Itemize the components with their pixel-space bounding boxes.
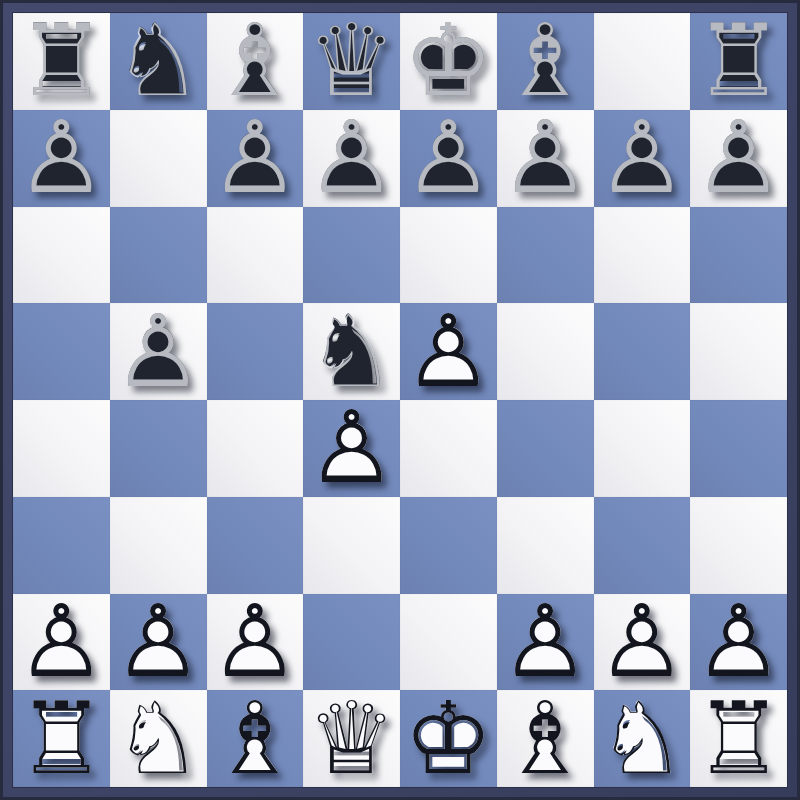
square-g8[interactable] [594, 13, 691, 110]
white-pawn-e5[interactable]: ♟♙ [400, 303, 497, 400]
black-pawn-f7[interactable]: ♟♙ [497, 110, 594, 207]
square-b3[interactable] [110, 497, 207, 594]
square-f2[interactable]: ♟♙ [497, 594, 594, 691]
white-bishop-outline-icon: ♗ [207, 690, 304, 787]
white-pawn-outline-icon: ♙ [690, 594, 787, 691]
black-king-e8[interactable]: ♚♔ [400, 13, 497, 110]
square-d6[interactable] [303, 207, 400, 304]
square-d3[interactable] [303, 497, 400, 594]
white-knight-outline-icon: ♘ [594, 690, 691, 787]
black-bishop-outline-icon: ♗ [207, 13, 304, 110]
white-rook-h1[interactable]: ♜♖ [690, 690, 787, 787]
square-h1[interactable]: ♜♖ [690, 690, 787, 787]
square-e6[interactable] [400, 207, 497, 304]
white-knight-g1[interactable]: ♞♘ [594, 690, 691, 787]
square-d1[interactable]: ♛♕ [303, 690, 400, 787]
black-pawn-a7[interactable]: ♟♙ [13, 110, 110, 207]
square-c6[interactable] [207, 207, 304, 304]
square-d8[interactable]: ♛♕ [303, 13, 400, 110]
black-pawn-outline-icon: ♙ [497, 110, 594, 207]
black-pawn-c7[interactable]: ♟♙ [207, 110, 304, 207]
black-pawn-e7[interactable]: ♟♙ [400, 110, 497, 207]
square-a1[interactable]: ♜♖ [13, 690, 110, 787]
white-rook-outline-icon: ♖ [13, 690, 110, 787]
square-e4[interactable] [400, 400, 497, 497]
white-king-outline-icon: ♔ [400, 690, 497, 787]
black-rook-outline-icon: ♖ [13, 13, 110, 110]
white-rook-a1[interactable]: ♜♖ [13, 690, 110, 787]
black-knight-outline-icon: ♘ [110, 13, 207, 110]
square-c1[interactable]: ♝♗ [207, 690, 304, 787]
white-pawn-outline-icon: ♙ [110, 594, 207, 691]
white-pawn-c2[interactable]: ♟♙ [207, 594, 304, 691]
square-c2[interactable]: ♟♙ [207, 594, 304, 691]
black-king-outline-icon: ♔ [400, 13, 497, 110]
square-b4[interactable] [110, 400, 207, 497]
black-knight-b8[interactable]: ♞♘ [110, 13, 207, 110]
black-knight-d5[interactable]: ♞♘ [303, 303, 400, 400]
square-b2[interactable]: ♟♙ [110, 594, 207, 691]
square-b6[interactable] [110, 207, 207, 304]
square-h5[interactable] [690, 303, 787, 400]
white-pawn-outline-icon: ♙ [400, 303, 497, 400]
square-h4[interactable] [690, 400, 787, 497]
square-b8[interactable]: ♞♘ [110, 13, 207, 110]
square-d5[interactable]: ♞♘ [303, 303, 400, 400]
square-f4[interactable] [497, 400, 594, 497]
black-rook-a8[interactable]: ♜♖ [13, 13, 110, 110]
black-queen-d8[interactable]: ♛♕ [303, 13, 400, 110]
square-a5[interactable] [13, 303, 110, 400]
square-c3[interactable] [207, 497, 304, 594]
white-pawn-a2[interactable]: ♟♙ [13, 594, 110, 691]
square-a8[interactable]: ♜♖ [13, 13, 110, 110]
white-knight-outline-icon: ♘ [110, 690, 207, 787]
white-pawn-b2[interactable]: ♟♙ [110, 594, 207, 691]
square-b5[interactable]: ♟♙ [110, 303, 207, 400]
square-g2[interactable]: ♟♙ [594, 594, 691, 691]
square-f5[interactable] [497, 303, 594, 400]
square-h7[interactable]: ♟♙ [690, 110, 787, 207]
square-g3[interactable] [594, 497, 691, 594]
square-a3[interactable] [13, 497, 110, 594]
white-queen-outline-icon: ♕ [303, 690, 400, 787]
white-pawn-outline-icon: ♙ [303, 400, 400, 497]
black-bishop-c8[interactable]: ♝♗ [207, 13, 304, 110]
white-pawn-outline-icon: ♙ [13, 594, 110, 691]
chess-board: ♜♖♞♘♝♗♛♕♚♔♝♗♜♖♟♙♟♙♟♙♟♙♟♙♟♙♟♙♟♙♞♘♟♙♟♙♟♙♟♙… [13, 13, 787, 787]
white-pawn-h2[interactable]: ♟♙ [690, 594, 787, 691]
square-d7[interactable]: ♟♙ [303, 110, 400, 207]
black-bishop-outline-icon: ♗ [497, 13, 594, 110]
white-rook-outline-icon: ♖ [690, 690, 787, 787]
square-e1[interactable]: ♚♔ [400, 690, 497, 787]
square-h2[interactable]: ♟♙ [690, 594, 787, 691]
square-b7[interactable] [110, 110, 207, 207]
white-pawn-outline-icon: ♙ [497, 594, 594, 691]
white-knight-b1[interactable]: ♞♘ [110, 690, 207, 787]
black-rook-outline-icon: ♖ [690, 13, 787, 110]
square-c8[interactable]: ♝♗ [207, 13, 304, 110]
black-bishop-f8[interactable]: ♝♗ [497, 13, 594, 110]
square-e8[interactable]: ♚♔ [400, 13, 497, 110]
white-bishop-c1[interactable]: ♝♗ [207, 690, 304, 787]
white-pawn-outline-icon: ♙ [207, 594, 304, 691]
white-pawn-f2[interactable]: ♟♙ [497, 594, 594, 691]
square-a4[interactable] [13, 400, 110, 497]
black-pawn-outline-icon: ♙ [207, 110, 304, 207]
white-pawn-g2[interactable]: ♟♙ [594, 594, 691, 691]
black-pawn-outline-icon: ♙ [303, 110, 400, 207]
black-pawn-d7[interactable]: ♟♙ [303, 110, 400, 207]
square-g4[interactable] [594, 400, 691, 497]
black-pawn-outline-icon: ♙ [594, 110, 691, 207]
square-c4[interactable] [207, 400, 304, 497]
black-pawn-g7[interactable]: ♟♙ [594, 110, 691, 207]
square-f8[interactable]: ♝♗ [497, 13, 594, 110]
white-bishop-f1[interactable]: ♝♗ [497, 690, 594, 787]
square-a7[interactable]: ♟♙ [13, 110, 110, 207]
square-e3[interactable] [400, 497, 497, 594]
black-knight-outline-icon: ♘ [303, 303, 400, 400]
board-frame: ♜♖♞♘♝♗♛♕♚♔♝♗♜♖♟♙♟♙♟♙♟♙♟♙♟♙♟♙♟♙♞♘♟♙♟♙♟♙♟♙… [0, 0, 800, 800]
square-c5[interactable] [207, 303, 304, 400]
square-f6[interactable] [497, 207, 594, 304]
black-pawn-outline-icon: ♙ [110, 303, 207, 400]
square-h6[interactable] [690, 207, 787, 304]
black-pawn-outline-icon: ♙ [13, 110, 110, 207]
square-a2[interactable]: ♟♙ [13, 594, 110, 691]
black-queen-outline-icon: ♕ [303, 13, 400, 110]
white-king-e1[interactable]: ♚♔ [400, 690, 497, 787]
black-rook-h8[interactable]: ♜♖ [690, 13, 787, 110]
square-g1[interactable]: ♞♘ [594, 690, 691, 787]
square-f3[interactable] [497, 497, 594, 594]
white-pawn-d4[interactable]: ♟♙ [303, 400, 400, 497]
square-e7[interactable]: ♟♙ [400, 110, 497, 207]
square-g6[interactable] [594, 207, 691, 304]
square-e5[interactable]: ♟♙ [400, 303, 497, 400]
black-pawn-b5[interactable]: ♟♙ [110, 303, 207, 400]
square-f1[interactable]: ♝♗ [497, 690, 594, 787]
square-f7[interactable]: ♟♙ [497, 110, 594, 207]
square-g7[interactable]: ♟♙ [594, 110, 691, 207]
square-h8[interactable]: ♜♖ [690, 13, 787, 110]
square-g5[interactable] [594, 303, 691, 400]
square-h3[interactable] [690, 497, 787, 594]
white-queen-d1[interactable]: ♛♕ [303, 690, 400, 787]
black-pawn-outline-icon: ♙ [690, 110, 787, 207]
square-d2[interactable] [303, 594, 400, 691]
square-a6[interactable] [13, 207, 110, 304]
white-pawn-outline-icon: ♙ [594, 594, 691, 691]
square-d4[interactable]: ♟♙ [303, 400, 400, 497]
square-c7[interactable]: ♟♙ [207, 110, 304, 207]
square-e2[interactable] [400, 594, 497, 691]
black-pawn-outline-icon: ♙ [400, 110, 497, 207]
black-pawn-h7[interactable]: ♟♙ [690, 110, 787, 207]
white-bishop-outline-icon: ♗ [497, 690, 594, 787]
square-b1[interactable]: ♞♘ [110, 690, 207, 787]
